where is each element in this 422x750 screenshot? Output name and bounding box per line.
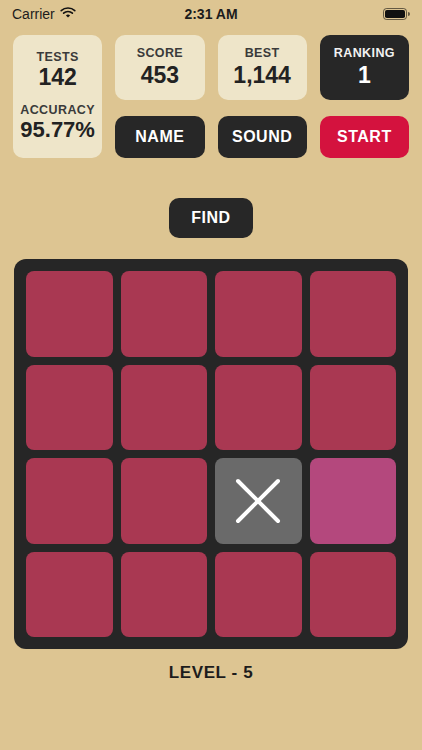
- tests-label: TESTS: [36, 50, 78, 64]
- wifi-icon: [60, 6, 76, 22]
- tile[interactable]: [26, 458, 113, 544]
- tile[interactable]: [310, 552, 397, 638]
- tile[interactable]: [121, 458, 208, 544]
- tile[interactable]: [310, 271, 397, 357]
- tile[interactable]: [26, 271, 113, 357]
- status-bar: Carrier 2:31 AM: [0, 0, 422, 24]
- score-label: SCORE: [137, 46, 183, 60]
- score-card: SCORE 453: [115, 35, 204, 100]
- tile[interactable]: [26, 365, 113, 451]
- ranking-card: RANKING 1: [320, 35, 409, 100]
- tile-odd-color[interactable]: [310, 458, 397, 544]
- best-card: BEST 1,144: [218, 35, 307, 100]
- stats-panel: TESTS 142 ACCURACY 95.77% SCORE 453 BEST…: [13, 35, 409, 158]
- name-button[interactable]: NAME: [115, 116, 204, 158]
- tile[interactable]: [310, 365, 397, 451]
- tile[interactable]: [215, 271, 302, 357]
- sound-button[interactable]: SOUND: [218, 116, 307, 158]
- accuracy-label: ACCURACY: [20, 103, 95, 117]
- best-label: BEST: [245, 46, 280, 60]
- level-label: LEVEL - 5: [0, 663, 422, 683]
- x-mark-icon: [230, 473, 286, 529]
- tests-value: 142: [36, 64, 78, 91]
- tile[interactable]: [26, 552, 113, 638]
- carrier-label: Carrier: [12, 6, 55, 22]
- best-value: 1,144: [233, 62, 291, 89]
- accuracy-value: 95.77%: [20, 117, 95, 143]
- tile[interactable]: [215, 365, 302, 451]
- tile[interactable]: [215, 552, 302, 638]
- tile[interactable]: [121, 271, 208, 357]
- score-value: 453: [141, 62, 179, 89]
- game-board: [14, 259, 408, 649]
- tile-marked-x[interactable]: [215, 458, 302, 544]
- ranking-label: RANKING: [334, 46, 395, 60]
- tests-accuracy-card: TESTS 142 ACCURACY 95.77%: [13, 35, 102, 158]
- tile[interactable]: [121, 365, 208, 451]
- tile[interactable]: [121, 552, 208, 638]
- ranking-value: 1: [358, 62, 371, 89]
- battery-icon: [383, 8, 410, 20]
- find-button[interactable]: FIND: [169, 198, 253, 238]
- start-button[interactable]: START: [320, 116, 409, 158]
